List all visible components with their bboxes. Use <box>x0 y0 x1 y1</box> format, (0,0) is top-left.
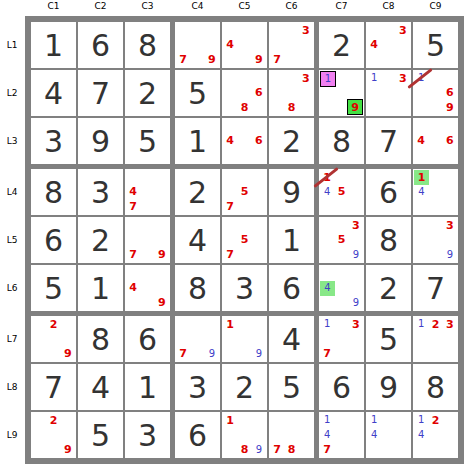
candidate-1-highlighted: 1 <box>414 170 429 185</box>
candidate-3: 3 <box>349 317 363 332</box>
col-label-C9: C9 <box>413 1 458 14</box>
candidate-grid: 49 <box>126 266 169 310</box>
cell-L5C3[interactable]: 79 <box>125 217 170 263</box>
candidate-7: 7 <box>320 442 334 457</box>
digit: 2 <box>366 265 411 311</box>
cell-L9C1[interactable]: 29 <box>31 412 76 458</box>
candidate-1: 1 <box>414 71 428 86</box>
candidate-9: 9 <box>349 247 363 262</box>
candidate-9: 9 <box>61 346 75 361</box>
digit: 6 <box>78 22 123 68</box>
box-5: 25794571836 <box>175 169 314 311</box>
cell-L6C4[interactable]: 8 <box>175 265 220 311</box>
cell-L9C5[interactable]: 189 <box>222 412 267 458</box>
candidate-4: 4 <box>126 185 140 200</box>
cell-L4C5[interactable]: 57 <box>222 169 267 215</box>
digit: 8 <box>31 169 76 215</box>
candidate-6: 6 <box>252 134 266 149</box>
candidate-8: 8 <box>237 442 251 457</box>
candidate-9: 9 <box>252 346 266 361</box>
candidate-3: 3 <box>299 71 313 86</box>
digit: 3 <box>125 412 170 458</box>
cell-L5C8[interactable]: 8 <box>366 217 411 263</box>
candidate-1: 1 <box>367 413 381 428</box>
col-label-C5: C5 <box>222 1 267 14</box>
candidate-6: 6 <box>443 86 457 101</box>
candidate-4: 4 <box>126 281 140 296</box>
cell-L5C4[interactable]: 4 <box>175 217 220 263</box>
row-label-L1: L1 <box>2 22 22 68</box>
digit: 5 <box>413 22 458 68</box>
candidate-6: 6 <box>252 86 266 101</box>
candidate-4: 4 <box>367 38 381 53</box>
candidate-grid: 14 <box>367 413 410 457</box>
sudoku-board: 1684723957949375683814622345191316987468… <box>25 16 464 464</box>
cell-L1C8[interactable]: 34 <box>366 22 411 68</box>
cell-L7C9[interactable]: 123 <box>413 316 458 362</box>
candidate-4: 4 <box>320 428 334 443</box>
digit: 8 <box>413 364 458 410</box>
digit: 1 <box>31 22 76 68</box>
cell-L3C7[interactable]: 8 <box>319 118 364 164</box>
digit: 3 <box>175 364 220 410</box>
candidate-5: 5 <box>334 233 348 248</box>
candidate-grid: 57 <box>223 218 266 262</box>
candidate-5: 5 <box>237 233 251 248</box>
col-label-C3: C3 <box>125 1 170 14</box>
cell-L9C9[interactable]: 124 <box>413 412 458 458</box>
digit: 2 <box>78 217 123 263</box>
candidate-1: 1 <box>367 71 381 86</box>
digit: 6 <box>31 217 76 263</box>
cell-L4C4[interactable]: 2 <box>175 169 220 215</box>
cell-L6C1[interactable]: 5 <box>31 265 76 311</box>
candidate-2: 2 <box>428 317 442 332</box>
candidate-4: 4 <box>223 134 237 149</box>
digit: 6 <box>175 412 220 458</box>
digit: 8 <box>125 22 170 68</box>
cell-L6C9[interactable]: 7 <box>413 265 458 311</box>
candidate-5: 5 <box>237 185 251 200</box>
candidate-grid: 68 <box>223 71 266 115</box>
cell-L2C9[interactable]: 169 <box>413 70 458 116</box>
digit: 9 <box>78 118 123 164</box>
candidate-grid: 78 <box>270 413 313 457</box>
candidate-7: 7 <box>126 199 140 214</box>
cell-L2C4[interactable]: 5 <box>175 70 220 116</box>
cell-L6C7[interactable]: 49 <box>319 265 364 311</box>
cell-L1C9[interactable]: 5 <box>413 22 458 68</box>
candidate-3: 3 <box>396 23 410 38</box>
row-label-L4: L4 <box>2 169 22 215</box>
candidate-grid: 137 <box>320 317 363 361</box>
candidate-7: 7 <box>270 52 284 67</box>
candidate-4: 4 <box>414 428 428 443</box>
cell-L7C3[interactable]: 6 <box>125 316 170 362</box>
box-1: 168472395 <box>31 22 170 164</box>
box-3: 234519131698746 <box>319 22 458 164</box>
candidate-grid: 13 <box>367 71 410 115</box>
cell-L2C3[interactable]: 2 <box>125 70 170 116</box>
candidate-3: 3 <box>299 23 313 38</box>
candidate-7: 7 <box>126 247 140 262</box>
candidate-grid: 46 <box>223 119 266 163</box>
cell-L4C3[interactable]: 47 <box>125 169 170 215</box>
cell-L8C5[interactable]: 2 <box>222 364 267 410</box>
digit: 3 <box>31 118 76 164</box>
cell-L1C2[interactable]: 6 <box>78 22 123 68</box>
cell-L9C3[interactable]: 3 <box>125 412 170 458</box>
candidate-9: 9 <box>205 346 219 361</box>
candidate-7: 7 <box>223 247 237 262</box>
row-label-L3: L3 <box>2 118 22 164</box>
digit: 1 <box>175 118 220 164</box>
digit: 8 <box>78 316 123 362</box>
cell-L4C2[interactable]: 3 <box>78 169 123 215</box>
digit: 9 <box>366 364 411 410</box>
candidate-grid: 169 <box>414 71 457 115</box>
cell-L8C9[interactable]: 8 <box>413 364 458 410</box>
cell-L7C7[interactable]: 137 <box>319 316 364 362</box>
cell-L8C6[interactable]: 5 <box>269 364 314 410</box>
candidate-9: 9 <box>252 52 266 67</box>
cell-L6C5[interactable]: 3 <box>222 265 267 311</box>
candidate-grid: 147 <box>320 413 363 457</box>
digit: 6 <box>269 265 314 311</box>
candidate-7: 7 <box>176 52 190 67</box>
candidate-4: 4 <box>414 134 428 149</box>
candidate-grid: 79 <box>176 23 219 67</box>
digit: 4 <box>78 364 123 410</box>
candidate-1: 1 <box>414 413 428 428</box>
cell-L5C7[interactable]: 359 <box>319 217 364 263</box>
box-8: 79194325618978 <box>175 316 314 458</box>
cell-L4C8[interactable]: 6 <box>366 169 411 215</box>
candidate-4: 4 <box>414 185 429 200</box>
cell-L2C8[interactable]: 13 <box>366 70 411 116</box>
candidate-8: 8 <box>284 442 298 457</box>
candidate-1: 1 <box>223 413 237 428</box>
cell-L2C2[interactable]: 7 <box>78 70 123 116</box>
candidate-3: 3 <box>396 71 410 86</box>
candidate-9: 9 <box>443 100 457 115</box>
digit: 4 <box>31 70 76 116</box>
digit: 2 <box>175 169 220 215</box>
candidate-6: 6 <box>443 134 457 149</box>
digit: 1 <box>78 265 123 311</box>
digit: 1 <box>269 217 314 263</box>
candidate-2: 2 <box>428 413 442 428</box>
candidate-2: 2 <box>46 317 60 332</box>
candidate-grid: 19 <box>223 317 266 361</box>
row-label-L9: L9 <box>2 412 22 458</box>
candidate-4: 4 <box>320 185 334 200</box>
cell-L3C3[interactable]: 5 <box>125 118 170 164</box>
elimination-slash <box>407 68 432 89</box>
row-label-L7: L7 <box>2 316 22 362</box>
candidate-4-highlighted: 4 <box>320 281 335 296</box>
cell-L5C1[interactable]: 6 <box>31 217 76 263</box>
col-label-C7: C7 <box>319 1 364 14</box>
digit: 5 <box>269 364 314 410</box>
candidate-5: 5 <box>334 185 348 200</box>
candidate-grid: 29 <box>32 317 75 361</box>
cell-L3C2[interactable]: 9 <box>78 118 123 164</box>
candidate-grid: 39 <box>414 218 457 262</box>
candidate-grid: 19 <box>320 71 363 115</box>
digit: 7 <box>366 118 411 164</box>
cell-L1C1[interactable]: 1 <box>31 22 76 68</box>
row-label-L5: L5 <box>2 217 22 263</box>
cell-L9C6[interactable]: 78 <box>269 412 314 458</box>
digit: 3 <box>222 265 267 311</box>
candidate-grid: 46 <box>414 119 457 163</box>
cell-L9C7[interactable]: 147 <box>319 412 364 458</box>
candidate-9: 9 <box>443 247 457 262</box>
cell-L4C6[interactable]: 9 <box>269 169 314 215</box>
candidate-8: 8 <box>284 100 298 115</box>
candidate-grid: 359 <box>320 218 363 262</box>
cell-L2C1[interactable]: 4 <box>31 70 76 116</box>
candidate-9: 9 <box>349 296 363 311</box>
candidate-9: 9 <box>61 442 75 457</box>
cell-L7C4[interactable]: 79 <box>175 316 220 362</box>
candidate-7: 7 <box>176 346 190 361</box>
box-4: 834762795149 <box>31 169 170 311</box>
candidate-grid: 14 <box>414 170 457 214</box>
digit: 2 <box>125 70 170 116</box>
cell-L1C7[interactable]: 2 <box>319 22 364 68</box>
candidate-1: 1 <box>414 317 428 332</box>
cell-L7C5[interactable]: 19 <box>222 316 267 362</box>
candidate-grid: 34 <box>367 23 410 67</box>
candidate-1-highlighted: 1 <box>320 71 336 87</box>
cell-L2C6[interactable]: 38 <box>269 70 314 116</box>
cell-L8C3[interactable]: 1 <box>125 364 170 410</box>
cell-L1C6[interactable]: 37 <box>269 22 314 68</box>
cell-L2C7[interactable]: 19 <box>319 70 364 116</box>
candidate-9-highlighted: 9 <box>347 99 363 115</box>
digit: 2 <box>269 118 314 164</box>
cell-L8C8[interactable]: 9 <box>366 364 411 410</box>
digit: 5 <box>31 265 76 311</box>
candidate-grid: 145 <box>320 170 363 214</box>
candidate-grid: 79 <box>176 317 219 361</box>
col-label-C8: C8 <box>366 1 411 14</box>
cell-L5C9[interactable]: 39 <box>413 217 458 263</box>
candidate-1: 1 <box>223 317 237 332</box>
candidate-grid: 123 <box>414 317 457 361</box>
cell-L1C3[interactable]: 8 <box>125 22 170 68</box>
cell-L4C7[interactable]: 145 <box>319 169 364 215</box>
cell-L5C6[interactable]: 1 <box>269 217 314 263</box>
candidate-grid: 49 <box>223 23 266 67</box>
cell-L6C8[interactable]: 2 <box>366 265 411 311</box>
box-7: 29867412953 <box>31 316 170 458</box>
cell-L1C5[interactable]: 49 <box>222 22 267 68</box>
cell-L8C2[interactable]: 4 <box>78 364 123 410</box>
cell-L4C9[interactable]: 14 <box>413 169 458 215</box>
digit: 6 <box>125 316 170 362</box>
cell-L3C6[interactable]: 2 <box>269 118 314 164</box>
cell-L6C3[interactable]: 49 <box>125 265 170 311</box>
box-9: 137512369814714124 <box>319 316 458 458</box>
candidate-grid: 29 <box>32 413 75 457</box>
row-label-L2: L2 <box>2 70 22 116</box>
candidate-9: 9 <box>205 52 219 67</box>
box-2: 794937568381462 <box>175 22 314 164</box>
candidate-grid: 38 <box>270 71 313 115</box>
candidate-7: 7 <box>223 199 237 214</box>
candidate-2: 2 <box>46 413 60 428</box>
cell-L5C5[interactable]: 57 <box>222 217 267 263</box>
candidate-3: 3 <box>443 317 457 332</box>
candidate-9: 9 <box>252 442 266 457</box>
candidate-grid: 37 <box>270 23 313 67</box>
col-label-C1: C1 <box>31 1 76 14</box>
cell-L8C4[interactable]: 3 <box>175 364 220 410</box>
cell-L9C4[interactable]: 6 <box>175 412 220 458</box>
candidate-1: 1 <box>320 413 334 428</box>
cell-L7C8[interactable]: 5 <box>366 316 411 362</box>
digit: 9 <box>269 169 314 215</box>
candidate-1: 1 <box>320 170 334 185</box>
cell-L5C2[interactable]: 2 <box>78 217 123 263</box>
candidate-3: 3 <box>443 218 457 233</box>
cell-L3C1[interactable]: 3 <box>31 118 76 164</box>
box-6: 1456143598394927 <box>319 169 458 311</box>
cell-L3C5[interactable]: 46 <box>222 118 267 164</box>
digit: 2 <box>222 364 267 410</box>
cell-L9C8[interactable]: 14 <box>366 412 411 458</box>
digit: 4 <box>175 217 220 263</box>
cell-L8C1[interactable]: 7 <box>31 364 76 410</box>
cell-L6C2[interactable]: 1 <box>78 265 123 311</box>
digit: 2 <box>319 22 364 68</box>
cell-L3C4[interactable]: 1 <box>175 118 220 164</box>
sudoku-solver-window: C1C2C3C4C5C6C7C8C9 L1L2L3L4L5L6L7L8L9 16… <box>0 0 469 469</box>
digit: 7 <box>413 265 458 311</box>
candidate-4: 4 <box>367 428 381 443</box>
cell-L7C2[interactable]: 8 <box>78 316 123 362</box>
candidate-9: 9 <box>155 295 169 310</box>
digit: 6 <box>366 169 411 215</box>
cell-L2C5[interactable]: 68 <box>222 70 267 116</box>
candidate-8: 8 <box>237 100 251 115</box>
candidate-9: 9 <box>155 247 169 262</box>
col-label-C6: C6 <box>269 1 314 14</box>
digit: 7 <box>31 364 76 410</box>
digit: 5 <box>175 70 220 116</box>
cell-L4C1[interactable]: 8 <box>31 169 76 215</box>
candidate-1: 1 <box>320 317 334 332</box>
cell-L7C6[interactable]: 4 <box>269 316 314 362</box>
candidate-4: 4 <box>223 38 237 53</box>
candidate-3: 3 <box>349 218 363 233</box>
candidate-7: 7 <box>270 442 284 457</box>
cell-L1C4[interactable]: 79 <box>175 22 220 68</box>
candidate-grid: 79 <box>126 218 169 262</box>
cell-L8C7[interactable]: 6 <box>319 364 364 410</box>
cell-L7C1[interactable]: 29 <box>31 316 76 362</box>
candidate-grid: 47 <box>126 170 169 214</box>
digit: 1 <box>125 364 170 410</box>
candidate-grid: 57 <box>223 170 266 214</box>
cell-L3C9[interactable]: 46 <box>413 118 458 164</box>
cell-L9C2[interactable]: 5 <box>78 412 123 458</box>
digit: 8 <box>175 265 220 311</box>
col-label-C4: C4 <box>175 1 220 14</box>
digit: 7 <box>78 70 123 116</box>
col-label-C2: C2 <box>78 1 123 14</box>
candidate-grid: 49 <box>320 266 363 310</box>
digit: 6 <box>319 364 364 410</box>
candidate-grid: 189 <box>223 413 266 457</box>
candidate-grid: 124 <box>414 413 457 457</box>
digit: 5 <box>366 316 411 362</box>
digit: 5 <box>78 412 123 458</box>
cell-L6C6[interactable]: 6 <box>269 265 314 311</box>
row-label-L6: L6 <box>2 265 22 311</box>
cell-L3C8[interactable]: 7 <box>366 118 411 164</box>
candidate-7: 7 <box>320 346 334 361</box>
digit: 3 <box>78 169 123 215</box>
digit: 8 <box>366 217 411 263</box>
digit: 5 <box>125 118 170 164</box>
digit: 4 <box>269 316 314 362</box>
row-label-L8: L8 <box>2 364 22 410</box>
digit: 8 <box>319 118 364 164</box>
